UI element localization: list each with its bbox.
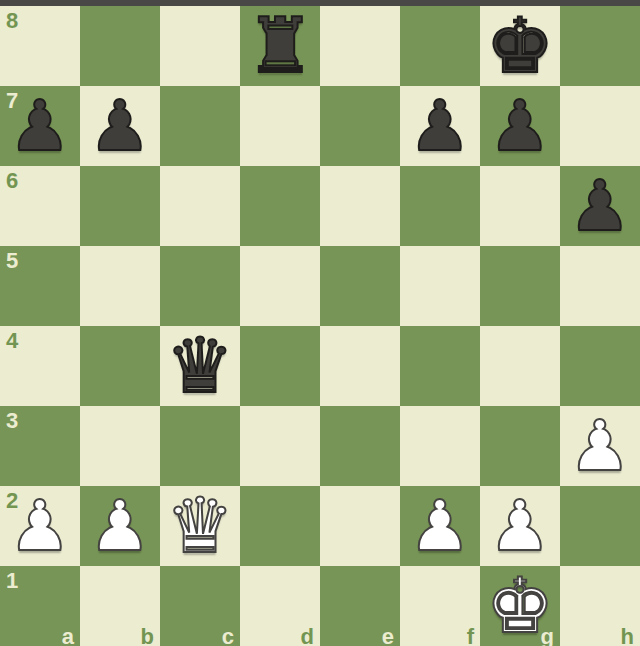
square-b2[interactable]: ♟ (80, 486, 160, 566)
square-c3[interactable] (160, 406, 240, 486)
square-e4[interactable] (320, 326, 400, 406)
square-a6[interactable]: 6 (0, 166, 80, 246)
rank-label-6: 6 (6, 170, 18, 192)
file-label-h: h (621, 626, 634, 646)
file-label-f: f (467, 626, 474, 646)
square-f3[interactable] (400, 406, 480, 486)
square-f6[interactable] (400, 166, 480, 246)
square-h6[interactable]: ♟ (560, 166, 640, 246)
piece-white-king-g1[interactable]: ♚ (480, 566, 560, 646)
square-d6[interactable] (240, 166, 320, 246)
square-g4[interactable] (480, 326, 560, 406)
square-e1[interactable]: e (320, 566, 400, 646)
square-a4[interactable]: 4 (0, 326, 80, 406)
square-h1[interactable]: h (560, 566, 640, 646)
square-e2[interactable] (320, 486, 400, 566)
square-g1[interactable]: g♚ (480, 566, 560, 646)
square-c8[interactable] (160, 6, 240, 86)
square-d8[interactable]: ♜ (240, 6, 320, 86)
file-label-a: a (62, 626, 74, 646)
square-d4[interactable] (240, 326, 320, 406)
square-e5[interactable] (320, 246, 400, 326)
square-g8[interactable]: ♚ (480, 6, 560, 86)
square-d1[interactable]: d (240, 566, 320, 646)
piece-white-queen-c2[interactable]: ♛ (160, 486, 240, 566)
square-e8[interactable] (320, 6, 400, 86)
square-d2[interactable] (240, 486, 320, 566)
rank-label-5: 5 (6, 250, 18, 272)
chess-app-window: 8♜♚7♟♟♟♟6♟54♛3♟2♟♟♛♟♟1abcdefg♚h (0, 0, 640, 646)
square-g6[interactable] (480, 166, 560, 246)
square-b8[interactable] (80, 6, 160, 86)
piece-black-pawn-h6[interactable]: ♟ (560, 166, 640, 246)
rank-label-8: 8 (6, 10, 18, 32)
square-c6[interactable] (160, 166, 240, 246)
piece-black-rook-d8[interactable]: ♜ (240, 6, 320, 86)
square-h2[interactable] (560, 486, 640, 566)
file-label-d: d (301, 626, 314, 646)
piece-black-pawn-f7[interactable]: ♟ (400, 86, 480, 166)
square-b7[interactable]: ♟ (80, 86, 160, 166)
square-h7[interactable] (560, 86, 640, 166)
square-b5[interactable] (80, 246, 160, 326)
square-a8[interactable]: 8 (0, 6, 80, 86)
piece-white-pawn-g2[interactable]: ♟ (480, 486, 560, 566)
square-a3[interactable]: 3 (0, 406, 80, 486)
piece-white-pawn-f2[interactable]: ♟ (400, 486, 480, 566)
square-a2[interactable]: 2♟ (0, 486, 80, 566)
rank-label-4: 4 (6, 330, 18, 352)
square-c2[interactable]: ♛ (160, 486, 240, 566)
square-g3[interactable] (480, 406, 560, 486)
square-e3[interactable] (320, 406, 400, 486)
square-d3[interactable] (240, 406, 320, 486)
square-f8[interactable] (400, 6, 480, 86)
square-d7[interactable] (240, 86, 320, 166)
square-f1[interactable]: f (400, 566, 480, 646)
square-a5[interactable]: 5 (0, 246, 80, 326)
piece-white-pawn-a2[interactable]: ♟ (0, 486, 80, 566)
piece-black-pawn-b7[interactable]: ♟ (80, 86, 160, 166)
square-d5[interactable] (240, 246, 320, 326)
file-label-e: e (382, 626, 394, 646)
square-f4[interactable] (400, 326, 480, 406)
square-g7[interactable]: ♟ (480, 86, 560, 166)
chess-board: 8♜♚7♟♟♟♟6♟54♛3♟2♟♟♛♟♟1abcdefg♚h (0, 6, 640, 646)
square-g5[interactable] (480, 246, 560, 326)
square-c4[interactable]: ♛ (160, 326, 240, 406)
square-c7[interactable] (160, 86, 240, 166)
square-h3[interactable]: ♟ (560, 406, 640, 486)
piece-black-pawn-a7[interactable]: ♟ (0, 86, 80, 166)
square-h8[interactable] (560, 6, 640, 86)
square-f7[interactable]: ♟ (400, 86, 480, 166)
piece-white-pawn-b2[interactable]: ♟ (80, 486, 160, 566)
square-e6[interactable] (320, 166, 400, 246)
piece-black-queen-c4[interactable]: ♛ (160, 326, 240, 406)
rank-label-3: 3 (6, 410, 18, 432)
square-b4[interactable] (80, 326, 160, 406)
square-h5[interactable] (560, 246, 640, 326)
square-b6[interactable] (80, 166, 160, 246)
square-a7[interactable]: 7♟ (0, 86, 80, 166)
square-e7[interactable] (320, 86, 400, 166)
piece-black-king-g8[interactable]: ♚ (480, 6, 560, 86)
file-label-b: b (141, 626, 154, 646)
square-f2[interactable]: ♟ (400, 486, 480, 566)
square-a1[interactable]: 1a (0, 566, 80, 646)
square-b3[interactable] (80, 406, 160, 486)
square-c1[interactable]: c (160, 566, 240, 646)
square-g2[interactable]: ♟ (480, 486, 560, 566)
rank-label-1: 1 (6, 570, 18, 592)
file-label-c: c (222, 626, 234, 646)
square-h4[interactable] (560, 326, 640, 406)
square-b1[interactable]: b (80, 566, 160, 646)
square-f5[interactable] (400, 246, 480, 326)
piece-white-pawn-h3[interactable]: ♟ (560, 406, 640, 486)
piece-black-pawn-g7[interactable]: ♟ (480, 86, 560, 166)
square-c5[interactable] (160, 246, 240, 326)
